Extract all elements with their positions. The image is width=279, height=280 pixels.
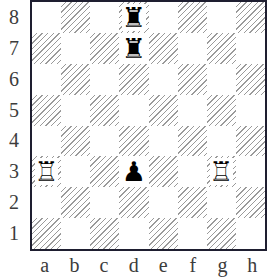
square-d6[interactable] [119,64,148,95]
square-a3[interactable]: ♖ [32,156,61,187]
file-label-h: h [237,252,267,278]
black-rook[interactable]: ♜ [119,2,148,33]
square-d1[interactable] [119,218,148,249]
white-rook[interactable]: ♖ [32,156,61,187]
square-b2[interactable] [61,187,90,218]
square-g7[interactable] [207,33,236,64]
square-f3[interactable] [178,156,207,187]
rank-label-3: 3 [0,156,28,187]
chess-board-diagram: 87654321 ♜♜♖♟♖ abcdefgh [0,0,279,280]
square-f1[interactable] [178,218,207,249]
square-d5[interactable] [119,95,148,126]
square-a1[interactable] [32,218,61,249]
rank-label-6: 6 [0,64,28,95]
square-f4[interactable] [178,126,207,157]
rank-label-5: 5 [0,95,28,126]
black-rook[interactable]: ♜ [119,33,148,64]
square-h2[interactable] [236,187,265,218]
square-a6[interactable] [32,64,61,95]
rank-label-4: 4 [0,126,28,157]
square-h6[interactable] [236,64,265,95]
square-h4[interactable] [236,126,265,157]
square-g4[interactable] [207,126,236,157]
square-d4[interactable] [119,126,148,157]
file-label-c: c [89,252,119,278]
square-c1[interactable] [90,218,119,249]
square-h7[interactable] [236,33,265,64]
black-pawn[interactable]: ♟ [119,156,148,187]
square-e3[interactable] [149,156,178,187]
square-b6[interactable] [61,64,90,95]
file-label-d: d [119,252,149,278]
square-b7[interactable] [61,33,90,64]
square-g1[interactable] [207,218,236,249]
square-h3[interactable] [236,156,265,187]
square-a2[interactable] [32,187,61,218]
rank-label-2: 2 [0,187,28,218]
square-b4[interactable] [61,126,90,157]
square-f2[interactable] [178,187,207,218]
square-b3[interactable] [61,156,90,187]
square-f7[interactable] [178,33,207,64]
file-label-e: e [149,252,179,278]
square-e5[interactable] [149,95,178,126]
square-c5[interactable] [90,95,119,126]
file-label-g: g [208,252,238,278]
square-g5[interactable] [207,95,236,126]
file-labels: abcdefgh [30,252,267,278]
square-e2[interactable] [149,187,178,218]
square-a5[interactable] [32,95,61,126]
square-b5[interactable] [61,95,90,126]
square-f6[interactable] [178,64,207,95]
file-label-b: b [60,252,90,278]
square-d7[interactable]: ♜ [119,33,148,64]
square-f8[interactable] [178,2,207,33]
square-b1[interactable] [61,218,90,249]
square-c8[interactable] [90,2,119,33]
rank-label-8: 8 [0,2,28,33]
square-g8[interactable] [207,2,236,33]
square-g6[interactable] [207,64,236,95]
square-f5[interactable] [178,95,207,126]
square-c2[interactable] [90,187,119,218]
square-e7[interactable] [149,33,178,64]
chess-board: ♜♜♖♟♖ [30,0,267,251]
square-h8[interactable] [236,2,265,33]
square-c7[interactable] [90,33,119,64]
square-b8[interactable] [61,2,90,33]
square-a8[interactable] [32,2,61,33]
square-d2[interactable] [119,187,148,218]
square-a7[interactable] [32,33,61,64]
square-c6[interactable] [90,64,119,95]
rank-label-7: 7 [0,33,28,64]
file-label-a: a [30,252,60,278]
square-h5[interactable] [236,95,265,126]
square-c3[interactable] [90,156,119,187]
square-g2[interactable] [207,187,236,218]
square-g3[interactable]: ♖ [207,156,236,187]
file-label-f: f [178,252,208,278]
square-c4[interactable] [90,126,119,157]
rank-label-1: 1 [0,218,28,249]
white-rook[interactable]: ♖ [207,156,236,187]
square-e8[interactable] [149,2,178,33]
square-h1[interactable] [236,218,265,249]
square-d8[interactable]: ♜ [119,2,148,33]
rank-labels: 87654321 [0,2,28,249]
square-e6[interactable] [149,64,178,95]
square-a4[interactable] [32,126,61,157]
square-e4[interactable] [149,126,178,157]
square-d3[interactable]: ♟ [119,156,148,187]
square-e1[interactable] [149,218,178,249]
